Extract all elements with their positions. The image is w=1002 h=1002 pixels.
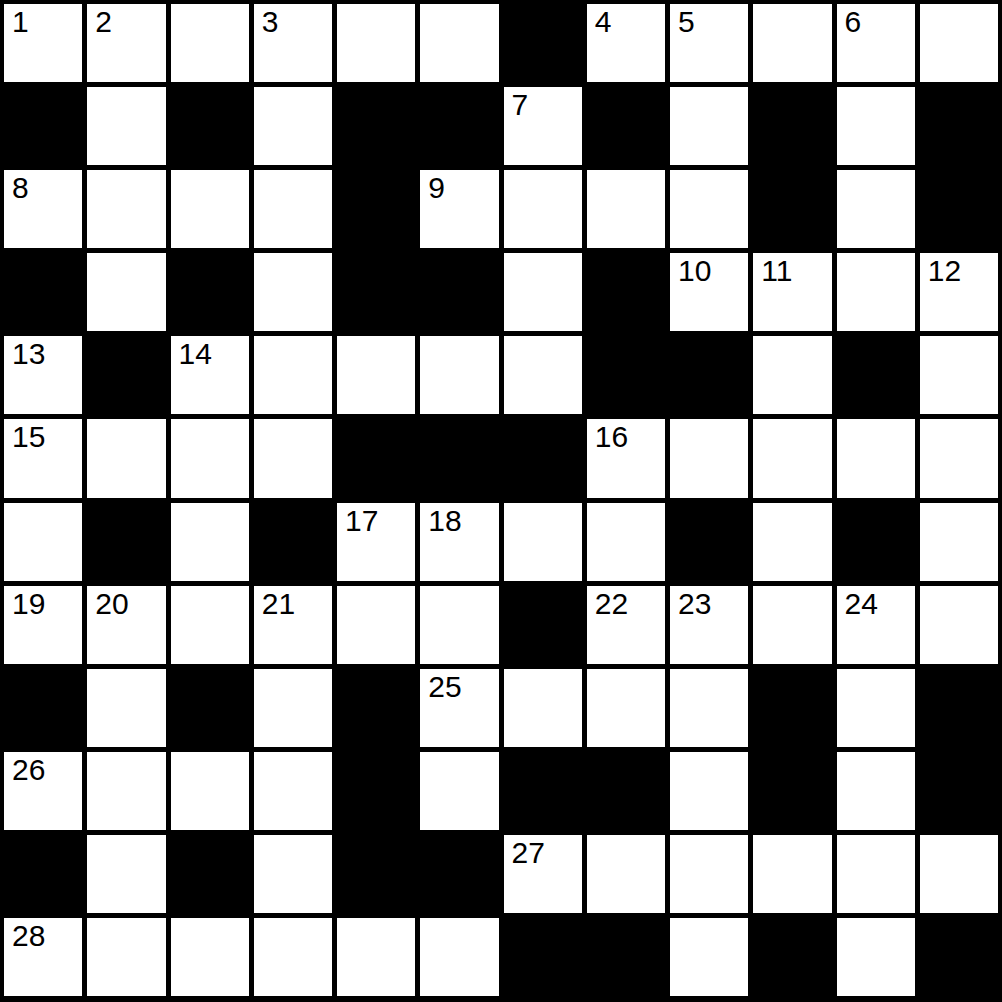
black-cell-r2c9 <box>753 170 831 248</box>
white-cell-r0c4[interactable] <box>337 4 415 82</box>
black-cell-r11c11 <box>920 918 998 996</box>
white-cell-r2c3[interactable] <box>254 170 332 248</box>
white-cell-r4c3[interactable] <box>254 336 332 414</box>
black-cell-r10c2 <box>171 835 249 913</box>
white-cell-r4c0[interactable]: 13 <box>4 336 82 414</box>
white-cell-r8c1[interactable] <box>87 669 165 747</box>
white-cell-r8c7[interactable] <box>587 669 665 747</box>
white-cell-r3c6[interactable] <box>504 253 582 331</box>
white-cell-r7c2[interactable] <box>171 586 249 664</box>
black-cell-r5c4 <box>337 419 415 497</box>
black-cell-r3c0 <box>4 253 82 331</box>
black-cell-r9c11 <box>920 752 998 830</box>
black-cell-r10c0 <box>4 835 82 913</box>
white-cell-r8c8[interactable] <box>670 669 748 747</box>
white-cell-r8c6[interactable] <box>504 669 582 747</box>
white-cell-r1c10[interactable] <box>837 87 915 165</box>
white-cell-r0c5[interactable] <box>420 4 498 82</box>
clue-number: 23 <box>678 588 711 620</box>
clue-number: 19 <box>12 588 45 620</box>
black-cell-r1c7 <box>587 87 665 165</box>
black-cell-r9c9 <box>753 752 831 830</box>
white-cell-r7c11[interactable] <box>920 586 998 664</box>
white-cell-r8c10[interactable] <box>837 669 915 747</box>
white-cell-r8c5[interactable]: 25 <box>420 669 498 747</box>
black-cell-r6c3 <box>254 503 332 581</box>
white-cell-r3c10[interactable] <box>837 253 915 331</box>
black-cell-r8c11 <box>920 669 998 747</box>
white-cell-r11c1[interactable] <box>87 918 165 996</box>
white-cell-r6c4[interactable]: 17 <box>337 503 415 581</box>
white-cell-r7c10[interactable]: 24 <box>837 586 915 664</box>
black-cell-r1c5 <box>420 87 498 165</box>
white-cell-r10c3[interactable] <box>254 835 332 913</box>
white-cell-r2c0[interactable]: 8 <box>4 170 82 248</box>
black-cell-r3c5 <box>420 253 498 331</box>
white-cell-r0c7[interactable]: 4 <box>587 4 665 82</box>
clue-number: 14 <box>179 338 212 370</box>
white-cell-r7c3[interactable]: 21 <box>254 586 332 664</box>
clue-number: 8 <box>12 172 29 204</box>
white-cell-r0c9[interactable] <box>753 4 831 82</box>
white-cell-r6c7[interactable] <box>587 503 665 581</box>
clue-number: 28 <box>12 920 45 952</box>
white-cell-r4c4[interactable] <box>337 336 415 414</box>
white-cell-r11c10[interactable] <box>837 918 915 996</box>
black-cell-r11c6 <box>504 918 582 996</box>
white-cell-r10c11[interactable] <box>920 835 998 913</box>
white-cell-r9c10[interactable] <box>837 752 915 830</box>
black-cell-r1c9 <box>753 87 831 165</box>
black-cell-r1c0 <box>4 87 82 165</box>
white-cell-r1c3[interactable] <box>254 87 332 165</box>
white-cell-r0c10[interactable]: 6 <box>837 4 915 82</box>
black-cell-r9c4 <box>337 752 415 830</box>
white-cell-r4c11[interactable] <box>920 336 998 414</box>
clue-number: 10 <box>678 255 711 287</box>
black-cell-r0c6 <box>504 4 582 82</box>
clue-number: 2 <box>95 6 112 38</box>
black-cell-r2c11 <box>920 170 998 248</box>
white-cell-r9c8[interactable] <box>670 752 748 830</box>
white-cell-r0c8[interactable]: 5 <box>670 4 748 82</box>
white-cell-r5c7[interactable]: 16 <box>587 419 665 497</box>
black-cell-r4c10 <box>837 336 915 414</box>
clue-number: 16 <box>595 421 628 453</box>
clue-number: 22 <box>595 588 628 620</box>
black-cell-r6c10 <box>837 503 915 581</box>
black-cell-r8c9 <box>753 669 831 747</box>
black-cell-r10c4 <box>337 835 415 913</box>
black-cell-r1c4 <box>337 87 415 165</box>
white-cell-r11c5[interactable] <box>420 918 498 996</box>
black-cell-r11c9 <box>753 918 831 996</box>
clue-number: 4 <box>595 6 612 38</box>
white-cell-r7c4[interactable] <box>337 586 415 664</box>
white-cell-r4c5[interactable] <box>420 336 498 414</box>
white-cell-r5c2[interactable] <box>171 419 249 497</box>
white-cell-r11c0[interactable]: 28 <box>4 918 82 996</box>
crossword-board: 1234567891011121314151617181920212223242… <box>0 0 1002 1002</box>
black-cell-r3c7 <box>587 253 665 331</box>
clue-number: 12 <box>928 255 961 287</box>
clue-number: 5 <box>678 6 695 38</box>
white-cell-r1c1[interactable] <box>87 87 165 165</box>
white-cell-r3c8[interactable]: 10 <box>670 253 748 331</box>
black-cell-r4c1 <box>87 336 165 414</box>
white-cell-r11c3[interactable] <box>254 918 332 996</box>
clue-number: 27 <box>512 837 545 869</box>
white-cell-r2c6[interactable] <box>504 170 582 248</box>
white-cell-r1c6[interactable]: 7 <box>504 87 582 165</box>
white-cell-r9c2[interactable] <box>171 752 249 830</box>
black-cell-r3c4 <box>337 253 415 331</box>
white-cell-r0c11[interactable] <box>920 4 998 82</box>
white-cell-r0c0[interactable]: 1 <box>4 4 82 82</box>
white-cell-r3c3[interactable] <box>254 253 332 331</box>
clue-number: 21 <box>262 588 295 620</box>
white-cell-r4c9[interactable] <box>753 336 831 414</box>
white-cell-r10c6[interactable]: 27 <box>504 835 582 913</box>
clue-number: 9 <box>428 172 445 204</box>
white-cell-r7c1[interactable]: 20 <box>87 586 165 664</box>
white-cell-r2c10[interactable] <box>837 170 915 248</box>
white-cell-r2c1[interactable] <box>87 170 165 248</box>
white-cell-r6c5[interactable]: 18 <box>420 503 498 581</box>
white-cell-r5c9[interactable] <box>753 419 831 497</box>
black-cell-r6c1 <box>87 503 165 581</box>
white-cell-r6c6[interactable] <box>504 503 582 581</box>
clue-number: 18 <box>428 505 461 537</box>
white-cell-r7c8[interactable]: 23 <box>670 586 748 664</box>
white-cell-r7c7[interactable]: 22 <box>587 586 665 664</box>
black-cell-r3c2 <box>171 253 249 331</box>
white-cell-r5c10[interactable] <box>837 419 915 497</box>
white-cell-r0c3[interactable]: 3 <box>254 4 332 82</box>
white-cell-r6c9[interactable] <box>753 503 831 581</box>
black-cell-r6c8 <box>670 503 748 581</box>
clue-number: 26 <box>12 754 45 786</box>
white-cell-r6c11[interactable] <box>920 503 998 581</box>
black-cell-r4c8 <box>670 336 748 414</box>
clue-number: 25 <box>428 671 461 703</box>
white-cell-r9c1[interactable] <box>87 752 165 830</box>
clue-number: 3 <box>262 6 279 38</box>
black-cell-r2c4 <box>337 170 415 248</box>
black-cell-r10c5 <box>420 835 498 913</box>
clue-number: 6 <box>845 6 862 38</box>
white-cell-r5c8[interactable] <box>670 419 748 497</box>
white-cell-r9c5[interactable] <box>420 752 498 830</box>
black-cell-r8c4 <box>337 669 415 747</box>
white-cell-r3c11[interactable]: 12 <box>920 253 998 331</box>
clue-number: 20 <box>95 588 128 620</box>
black-cell-r1c2 <box>171 87 249 165</box>
white-cell-r11c4[interactable] <box>337 918 415 996</box>
white-cell-r2c7[interactable] <box>587 170 665 248</box>
black-cell-r8c2 <box>171 669 249 747</box>
black-cell-r9c6 <box>504 752 582 830</box>
white-cell-r2c8[interactable] <box>670 170 748 248</box>
white-cell-r8c3[interactable] <box>254 669 332 747</box>
white-cell-r1c8[interactable] <box>670 87 748 165</box>
black-cell-r1c11 <box>920 87 998 165</box>
black-cell-r8c0 <box>4 669 82 747</box>
white-cell-r10c8[interactable] <box>670 835 748 913</box>
white-cell-r10c1[interactable] <box>87 835 165 913</box>
clue-number: 24 <box>845 588 878 620</box>
black-cell-r5c6 <box>504 419 582 497</box>
white-cell-r3c9[interactable]: 11 <box>753 253 831 331</box>
black-cell-r11c7 <box>587 918 665 996</box>
black-cell-r4c7 <box>587 336 665 414</box>
white-cell-r2c2[interactable] <box>171 170 249 248</box>
white-cell-r9c0[interactable]: 26 <box>4 752 82 830</box>
white-cell-r10c7[interactable] <box>587 835 665 913</box>
white-cell-r5c11[interactable] <box>920 419 998 497</box>
white-cell-r6c0[interactable] <box>4 503 82 581</box>
white-cell-r10c9[interactable] <box>753 835 831 913</box>
clue-number: 7 <box>512 89 529 121</box>
black-cell-r9c7 <box>587 752 665 830</box>
clue-number: 17 <box>345 505 378 537</box>
white-cell-r7c0[interactable]: 19 <box>4 586 82 664</box>
white-cell-r5c0[interactable]: 15 <box>4 419 82 497</box>
white-cell-r9c3[interactable] <box>254 752 332 830</box>
white-cell-r7c9[interactable] <box>753 586 831 664</box>
white-cell-r10c10[interactable] <box>837 835 915 913</box>
white-cell-r11c8[interactable] <box>670 918 748 996</box>
clue-number: 15 <box>12 421 45 453</box>
white-cell-r3c1[interactable] <box>87 253 165 331</box>
white-cell-r11c2[interactable] <box>171 918 249 996</box>
black-cell-r5c5 <box>420 419 498 497</box>
white-cell-r0c2[interactable] <box>171 4 249 82</box>
white-cell-r5c3[interactable] <box>254 419 332 497</box>
white-cell-r2c5[interactable]: 9 <box>420 170 498 248</box>
black-cell-r7c6 <box>504 586 582 664</box>
white-cell-r5c1[interactable] <box>87 419 165 497</box>
clue-number: 11 <box>761 255 792 287</box>
clue-number: 1 <box>12 6 29 38</box>
white-cell-r0c1[interactable]: 2 <box>87 4 165 82</box>
white-cell-r7c5[interactable] <box>420 586 498 664</box>
clue-number: 13 <box>12 338 45 370</box>
white-cell-r4c2[interactable]: 14 <box>171 336 249 414</box>
white-cell-r4c6[interactable] <box>504 336 582 414</box>
white-cell-r6c2[interactable] <box>171 503 249 581</box>
